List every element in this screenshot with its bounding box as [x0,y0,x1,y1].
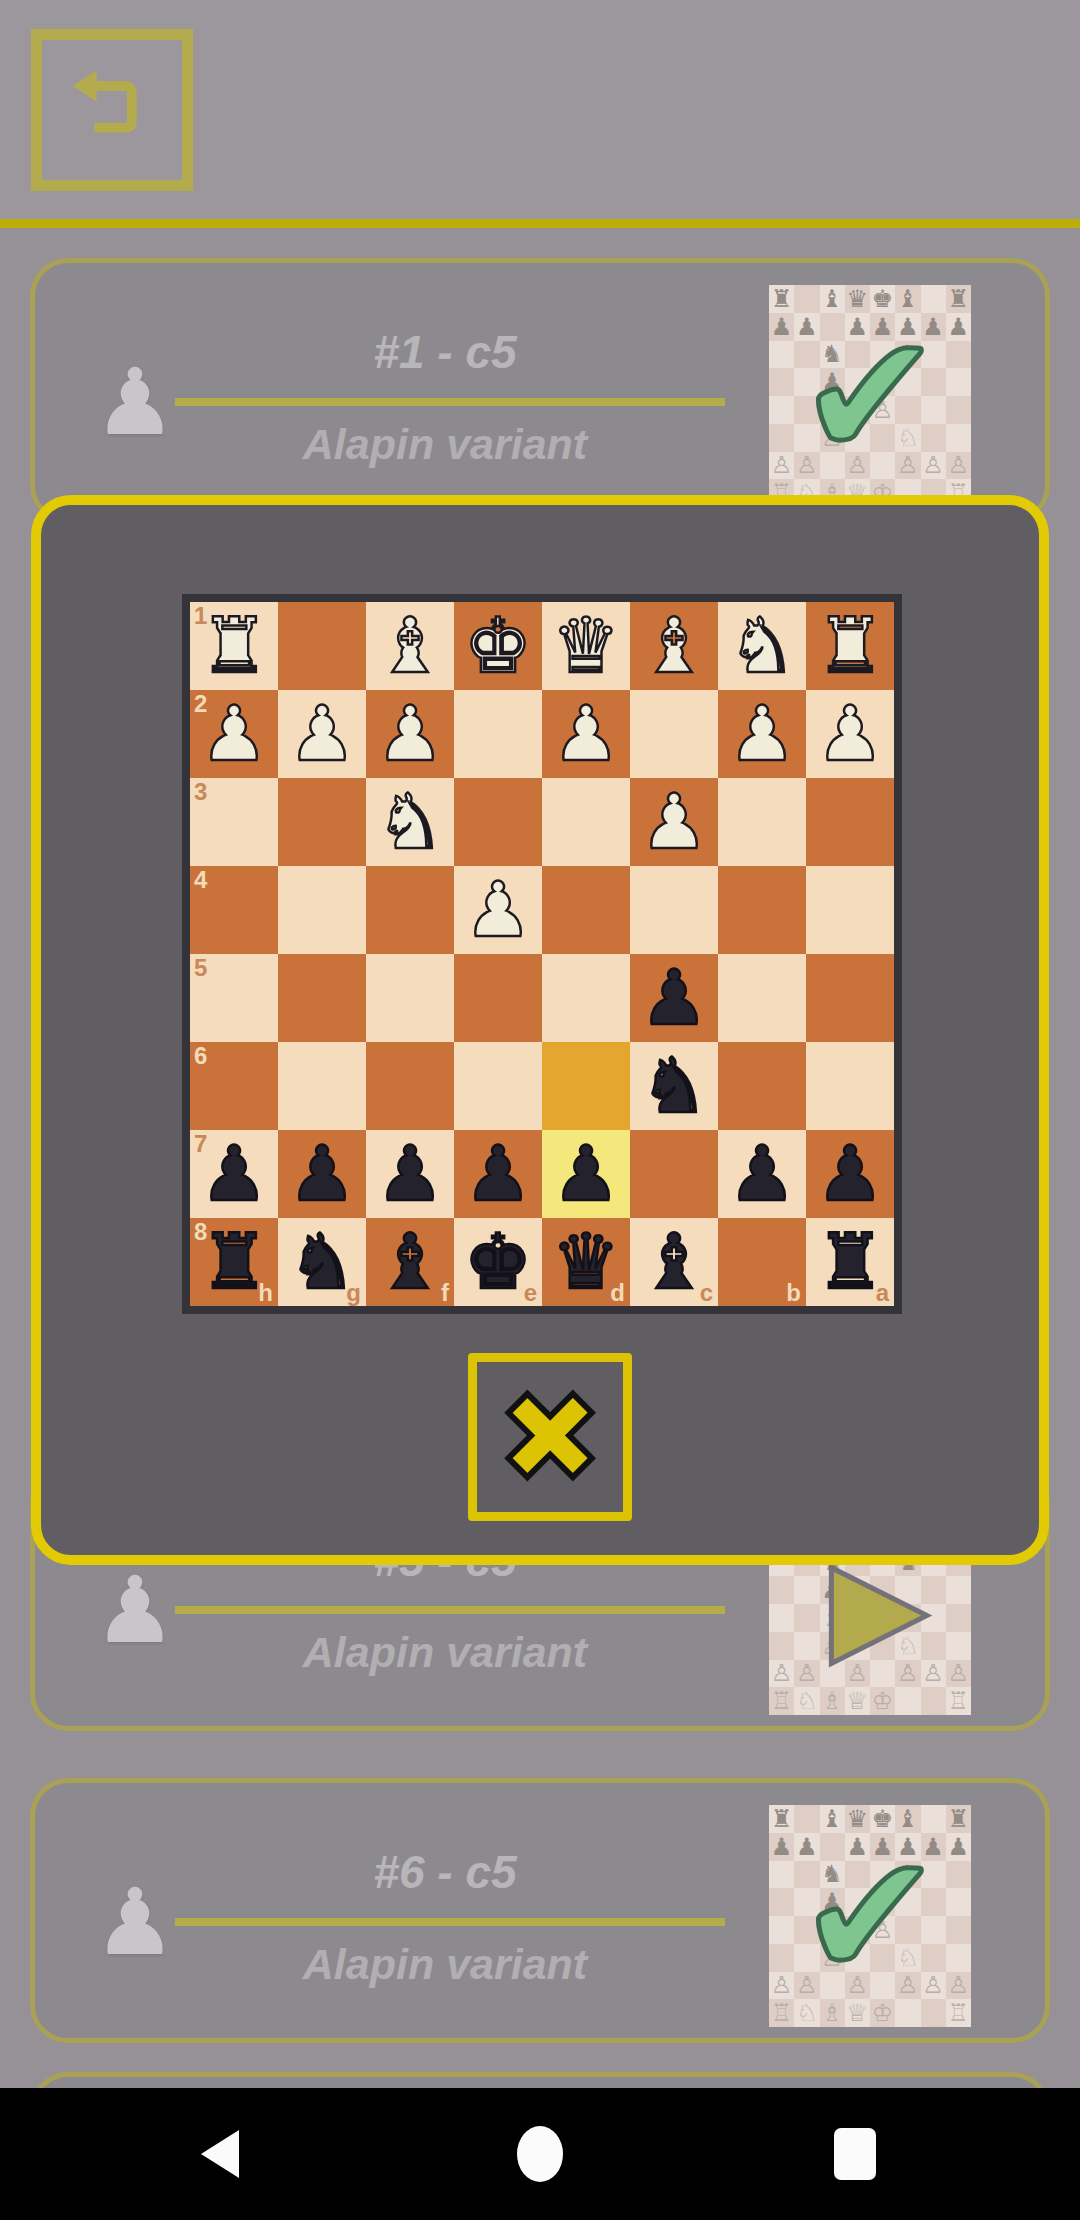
white-p-piece: ♟ [464,867,532,953]
square-d5[interactable] [542,954,630,1042]
square-e1[interactable]: ♚ [454,602,542,690]
exercise-subtitle: Alapin variant [145,1939,745,1989]
square-g1[interactable] [278,602,366,690]
rank-label: 5 [194,955,207,981]
title-divider [175,1606,725,1614]
square-g8[interactable]: g♞ [278,1218,366,1306]
white-p-piece: ♟ [200,691,268,777]
square-c5[interactable]: ♟ [630,954,718,1042]
white-p-piece: ♟ [376,691,444,777]
square-h7[interactable]: 7♟ [190,1130,278,1218]
status-badge: ✔ [769,285,971,507]
white-p-piece: ♟ [552,691,620,777]
square-e6[interactable] [454,1042,542,1130]
square-c3[interactable]: ♟ [630,778,718,866]
exercise-card-1[interactable]: ♟ #1 - c5 Alapin variant ♜♝♛♚♝♜♟♟♟♟♟♟♟♞♞… [30,258,1050,523]
white-b-piece: ♝ [376,603,444,689]
square-c2[interactable] [630,690,718,778]
square-g5[interactable] [278,954,366,1042]
black-p-piece: ♟ [376,1131,444,1217]
square-f7[interactable]: ♟ [366,1130,454,1218]
exercise-subtitle: Alapin variant [145,1627,745,1677]
exercise-title: #6 - c5 [145,1846,745,1898]
square-a7[interactable]: ♟ [806,1130,894,1218]
black-p-piece: ♟ [816,1131,884,1217]
square-d2[interactable]: ♟ [542,690,630,778]
square-h4[interactable]: 4 [190,866,278,954]
square-g6[interactable] [278,1042,366,1130]
square-a6[interactable] [806,1042,894,1130]
square-e3[interactable] [454,778,542,866]
square-d1[interactable]: ♛ [542,602,630,690]
nav-home-icon[interactable] [517,2126,563,2182]
file-label: f [441,1280,449,1306]
square-a3[interactable] [806,778,894,866]
chess-board[interactable]: 1♜♝♚♛♝♞♜2♟♟♟♟♟♟3♞♟4♟5♟6♞7♟♟♟♟♟♟♟8h♜g♞f♝e… [190,602,894,1306]
white-p-piece: ♟ [640,779,708,865]
chess-board-frame: 1♜♝♚♛♝♞♜2♟♟♟♟♟♟3♞♟4♟5♟6♞7♟♟♟♟♟♟♟8h♜g♞f♝e… [182,594,902,1314]
square-h5[interactable]: 5 [190,954,278,1042]
file-label: d [610,1280,625,1306]
white-r-piece: ♜ [200,603,268,689]
android-nav-bar [0,2088,1080,2220]
square-f1[interactable]: ♝ [366,602,454,690]
rank-label: 2 [194,691,207,717]
square-d7[interactable]: ♟ [542,1130,630,1218]
black-k-piece: ♚ [464,1219,532,1305]
square-b8[interactable]: b [718,1218,806,1306]
square-h3[interactable]: 3 [190,778,278,866]
position-modal: 1♜♝♚♛♝♞♜2♟♟♟♟♟♟3♞♟4♟5♟6♞7♟♟♟♟♟♟♟8h♜g♞f♝e… [31,495,1049,1565]
rank-label: 7 [194,1131,207,1157]
square-e4[interactable]: ♟ [454,866,542,954]
rank-label: 3 [194,779,207,805]
file-label: c [700,1280,713,1306]
square-b5[interactable] [718,954,806,1042]
square-c4[interactable] [630,866,718,954]
exercise-title: #1 - c5 [145,326,745,378]
completed-check-icon: ✔ [799,1817,941,2015]
white-n-piece: ♞ [376,779,444,865]
black-r-piece: ♜ [816,1219,884,1305]
square-f3[interactable]: ♞ [366,778,454,866]
white-q-piece: ♛ [552,603,620,689]
square-g2[interactable]: ♟ [278,690,366,778]
nav-recents-icon[interactable] [834,2128,876,2180]
square-e2[interactable] [454,690,542,778]
status-badge: ✔ [769,1805,971,2027]
exercise-subtitle: Alapin variant [145,419,745,469]
black-p-piece: ♟ [288,1131,356,1217]
white-n-piece: ♞ [728,603,796,689]
square-b6[interactable] [718,1042,806,1130]
rank-label: 8 [194,1219,207,1245]
title-divider [175,398,725,406]
black-p-piece: ♟ [728,1131,796,1217]
square-a8[interactable]: a♜ [806,1218,894,1306]
file-label: h [258,1280,273,1306]
black-p-piece: ♟ [200,1131,268,1217]
white-p-piece: ♟ [728,691,796,777]
square-f8[interactable]: f♝ [366,1218,454,1306]
square-h2[interactable]: 2♟ [190,690,278,778]
square-d8[interactable]: d♛ [542,1218,630,1306]
position-thumbnail: ♜♝♛♚♝♜♟♟♟♟♟♟♟♞♞♟♗♙♙♘♙♙♙♙♙♙♖♘♗♕♔♖ ✔ [769,285,971,507]
square-e5[interactable] [454,954,542,1042]
file-label: b [786,1280,801,1306]
square-c7[interactable] [630,1130,718,1218]
completed-check-icon: ✔ [799,297,941,495]
white-p-piece: ♟ [816,691,884,777]
rank-label: 4 [194,867,207,893]
white-b-piece: ♝ [640,603,708,689]
title-divider [175,1918,725,1926]
square-g7[interactable]: ♟ [278,1130,366,1218]
square-c8[interactable]: c♝ [630,1218,718,1306]
square-d6[interactable] [542,1042,630,1130]
black-p-piece: ♟ [640,955,708,1041]
square-f6[interactable] [366,1042,454,1130]
top-bar-underline [0,219,1080,228]
file-label: e [524,1280,537,1306]
square-h8[interactable]: 8h♜ [190,1218,278,1306]
square-e7[interactable]: ♟ [454,1130,542,1218]
black-b-piece: ♝ [640,1219,708,1305]
square-f4[interactable] [366,866,454,954]
nav-back-icon[interactable] [201,2130,239,2178]
close-icon: ✖ [498,1365,603,1510]
square-f2[interactable]: ♟ [366,690,454,778]
square-b1[interactable]: ♞ [718,602,806,690]
square-a4[interactable] [806,866,894,954]
position-thumbnail: ♜♝♛♚♝♜♟♟♟♟♟♟♟♞♞♟♗♙♙♘♙♙♙♙♙♙♖♘♗♕♔♖ ✔ [769,1805,971,2027]
rank-label: 1 [194,603,207,629]
square-a2[interactable]: ♟ [806,690,894,778]
exercise-card-6[interactable]: ♟ #6 - c5 Alapin variant ♜♝♛♚♝♜♟♟♟♟♟♟♟♞♞… [30,1778,1050,2043]
file-label: g [346,1280,361,1306]
square-b7[interactable]: ♟ [718,1130,806,1218]
black-p-piece: ♟ [552,1131,620,1217]
close-modal-button[interactable]: ✖ [468,1353,632,1521]
square-h1[interactable]: 1♜ [190,602,278,690]
square-g4[interactable] [278,866,366,954]
black-p-piece: ♟ [464,1131,532,1217]
rank-label: 6 [194,1043,207,1069]
square-e8[interactable]: e♚ [454,1218,542,1306]
square-b3[interactable] [718,778,806,866]
black-b-piece: ♝ [376,1219,444,1305]
white-p-piece: ♟ [288,691,356,777]
square-a5[interactable] [806,954,894,1042]
square-d4[interactable] [542,866,630,954]
return-arrow-icon [57,53,167,167]
square-c6[interactable]: ♞ [630,1042,718,1130]
white-r-piece: ♜ [816,603,884,689]
square-b2[interactable]: ♟ [718,690,806,778]
file-label: a [876,1280,889,1306]
square-b4[interactable] [718,866,806,954]
square-f5[interactable] [366,954,454,1042]
square-g3[interactable] [278,778,366,866]
square-a1[interactable]: ♜ [806,602,894,690]
white-k-piece: ♚ [464,603,532,689]
square-c1[interactable]: ♝ [630,602,718,690]
square-h6[interactable]: 6 [190,1042,278,1130]
square-d3[interactable] [542,778,630,866]
back-button[interactable] [31,29,193,191]
black-n-piece: ♞ [640,1043,708,1129]
